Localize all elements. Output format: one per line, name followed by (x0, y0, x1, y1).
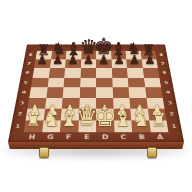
file-label-f: F (59, 132, 78, 142)
square-a8 (140, 51, 156, 60)
square-g8 (51, 51, 67, 60)
square-f3 (62, 98, 80, 109)
square-h2 (26, 109, 45, 121)
file-label-b: B (132, 132, 151, 142)
square-e3 (79, 98, 96, 109)
rank-label-left-7: 7 (22, 59, 35, 68)
square-b1 (131, 120, 150, 132)
square-a3 (146, 98, 164, 109)
rank-label-right-5: 5 (159, 77, 173, 87)
rank-label-right-6: 6 (158, 68, 172, 77)
square-a1 (149, 120, 169, 132)
square-c7 (111, 59, 127, 68)
file-label-c: C (114, 132, 133, 142)
rank-label-right-3: 3 (163, 98, 178, 109)
square-b8 (125, 51, 141, 60)
square-b5 (128, 77, 145, 87)
square-c4 (112, 87, 129, 97)
rank-label-right-7: 7 (156, 59, 169, 68)
board-grid (24, 51, 169, 133)
file-label-a: A (150, 132, 170, 142)
square-a7 (141, 59, 158, 68)
square-e7 (81, 59, 96, 68)
square-b3 (129, 98, 147, 109)
brass-clasp-left-icon (39, 147, 49, 158)
square-a6 (142, 68, 159, 77)
square-e6 (80, 68, 96, 77)
chess-set-photo: HGFEDCBA 87654321 87654321 ♜♞♝♛♚♝♞♜♟♟♟♟♟… (0, 0, 192, 192)
rank-label-left-1: 1 (10, 120, 26, 132)
square-g3 (45, 98, 63, 109)
board-front-edge (8, 142, 184, 149)
square-g7 (50, 59, 66, 68)
square-g2 (43, 109, 62, 121)
square-c3 (113, 98, 131, 109)
square-c6 (111, 68, 127, 77)
square-c1 (114, 120, 133, 132)
square-a2 (147, 109, 166, 121)
file-label-h: H (22, 132, 42, 142)
rank-label-right-2: 2 (165, 109, 180, 121)
square-g6 (48, 68, 65, 77)
square-f8 (66, 51, 81, 60)
rank-label-left-5: 5 (19, 77, 33, 87)
square-h5 (31, 77, 48, 87)
brass-clasp-right-icon (147, 147, 157, 158)
square-c8 (111, 51, 126, 60)
square-c5 (112, 77, 129, 87)
file-labels: HGFEDCBA (22, 132, 170, 142)
rank-label-left-3: 3 (15, 98, 30, 109)
square-h1 (24, 120, 44, 132)
square-h3 (27, 98, 45, 109)
rank-label-right-1: 1 (166, 120, 182, 132)
square-f5 (63, 77, 80, 87)
square-b4 (129, 87, 147, 97)
square-h8 (36, 51, 52, 60)
square-e1 (78, 120, 96, 132)
square-d4 (96, 87, 113, 97)
square-h6 (33, 68, 50, 77)
square-d7 (96, 59, 111, 68)
square-b7 (126, 59, 142, 68)
square-d8 (96, 51, 111, 60)
rank-label-left-6: 6 (21, 68, 35, 77)
square-e2 (78, 109, 96, 121)
square-e4 (79, 87, 96, 97)
square-d2 (96, 109, 114, 121)
square-e8 (81, 51, 96, 60)
square-c2 (113, 109, 131, 121)
square-g5 (47, 77, 64, 87)
square-g1 (42, 120, 61, 132)
square-a4 (145, 87, 163, 97)
square-g4 (46, 87, 64, 97)
square-b2 (130, 109, 149, 121)
square-d6 (96, 68, 112, 77)
square-d1 (96, 120, 114, 132)
square-d3 (96, 98, 113, 109)
square-f1 (60, 120, 79, 132)
rank-label-right-8: 8 (155, 51, 168, 60)
file-label-e: E (78, 132, 97, 142)
rank-label-right-4: 4 (161, 87, 175, 97)
square-b6 (127, 68, 144, 77)
square-e5 (80, 77, 96, 87)
chess-board: HGFEDCBA 87654321 87654321 (8, 45, 184, 142)
square-f6 (64, 68, 80, 77)
file-label-d: D (96, 132, 115, 142)
board-frame: HGFEDCBA 87654321 87654321 (8, 45, 184, 142)
square-f2 (61, 109, 79, 121)
rank-label-left-4: 4 (17, 87, 31, 97)
square-h4 (29, 87, 47, 97)
square-f4 (63, 87, 80, 97)
square-h7 (34, 59, 51, 68)
square-f7 (65, 59, 81, 68)
square-d5 (96, 77, 112, 87)
rank-label-left-8: 8 (24, 51, 37, 60)
file-label-g: G (41, 132, 60, 142)
rank-label-left-2: 2 (12, 109, 27, 121)
square-a5 (144, 77, 161, 87)
